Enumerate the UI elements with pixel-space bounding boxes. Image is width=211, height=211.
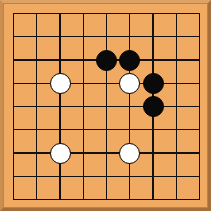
intersection-D1[interactable] [72, 188, 95, 211]
intersection-A2[interactable] [2, 165, 25, 188]
intersection-F3[interactable]: ○ [118, 141, 141, 164]
intersection-G8[interactable] [141, 25, 164, 48]
intersection-H6[interactable] [165, 72, 188, 95]
intersection-E9[interactable] [95, 2, 118, 25]
intersection-G4[interactable] [141, 118, 164, 141]
intersection-E5[interactable] [95, 95, 118, 118]
intersection-A7[interactable] [2, 48, 25, 71]
intersection-D7[interactable] [72, 48, 95, 71]
intersection-J2[interactable] [188, 165, 211, 188]
intersection-D5[interactable] [72, 95, 95, 118]
intersection-B4[interactable] [25, 118, 48, 141]
intersection-H1[interactable] [165, 188, 188, 211]
intersection-D6[interactable] [72, 72, 95, 95]
intersection-F5[interactable] [118, 95, 141, 118]
intersection-J5[interactable] [188, 95, 211, 118]
intersection-J7[interactable] [188, 48, 211, 71]
black-stone: ● [96, 50, 117, 71]
intersection-C1[interactable] [48, 188, 71, 211]
intersection-C7[interactable] [48, 48, 71, 71]
intersection-G6[interactable]: ● [141, 72, 164, 95]
black-stone: ● [143, 73, 164, 94]
intersection-C4[interactable] [48, 118, 71, 141]
white-stone: ○ [119, 143, 140, 164]
intersection-C3[interactable]: ○ [48, 141, 71, 164]
intersection-J8[interactable] [188, 25, 211, 48]
intersection-B9[interactable] [25, 2, 48, 25]
intersection-E4[interactable] [95, 118, 118, 141]
intersection-B7[interactable] [25, 48, 48, 71]
intersection-E7[interactable]: ● [95, 48, 118, 71]
intersection-F6[interactable]: ○ [118, 72, 141, 95]
intersection-E1[interactable] [95, 188, 118, 211]
intersection-C5[interactable] [48, 95, 71, 118]
intersection-G9[interactable] [141, 2, 164, 25]
intersection-F8[interactable] [118, 25, 141, 48]
intersection-G7[interactable] [141, 48, 164, 71]
intersection-A3[interactable] [2, 141, 25, 164]
intersection-A9[interactable] [2, 2, 25, 25]
intersection-F2[interactable] [118, 165, 141, 188]
intersection-D3[interactable] [72, 141, 95, 164]
intersection-G5[interactable]: ● [141, 95, 164, 118]
intersection-H3[interactable] [165, 141, 188, 164]
intersection-H9[interactable] [165, 2, 188, 25]
intersection-J3[interactable] [188, 141, 211, 164]
intersection-A6[interactable] [2, 72, 25, 95]
intersection-E8[interactable] [95, 25, 118, 48]
intersection-A5[interactable] [2, 95, 25, 118]
intersection-J4[interactable] [188, 118, 211, 141]
board-intersections: ●●○○●●○○ [2, 2, 211, 211]
intersection-H4[interactable] [165, 118, 188, 141]
intersection-B5[interactable] [25, 95, 48, 118]
go-board: ●●○○●●○○ [0, 0, 211, 211]
intersection-A8[interactable] [2, 25, 25, 48]
intersection-B8[interactable] [25, 25, 48, 48]
intersection-C9[interactable] [48, 2, 71, 25]
intersection-G1[interactable] [141, 188, 164, 211]
intersection-B3[interactable] [25, 141, 48, 164]
intersection-D8[interactable] [72, 25, 95, 48]
intersection-F4[interactable] [118, 118, 141, 141]
intersection-B6[interactable] [25, 72, 48, 95]
intersection-C6[interactable]: ○ [48, 72, 71, 95]
intersection-G3[interactable] [141, 141, 164, 164]
intersection-E6[interactable] [95, 72, 118, 95]
intersection-G2[interactable] [141, 165, 164, 188]
intersection-J9[interactable] [188, 2, 211, 25]
intersection-J6[interactable] [188, 72, 211, 95]
intersection-B1[interactable] [25, 188, 48, 211]
intersection-A4[interactable] [2, 118, 25, 141]
intersection-H7[interactable] [165, 48, 188, 71]
intersection-F1[interactable] [118, 188, 141, 211]
intersection-C8[interactable] [48, 25, 71, 48]
intersection-A1[interactable] [2, 188, 25, 211]
intersection-D9[interactable] [72, 2, 95, 25]
white-stone: ○ [50, 143, 71, 164]
white-stone: ○ [119, 73, 140, 94]
intersection-C2[interactable] [48, 165, 71, 188]
black-stone: ● [143, 96, 164, 117]
intersection-E2[interactable] [95, 165, 118, 188]
intersection-E3[interactable] [95, 141, 118, 164]
intersection-H8[interactable] [165, 25, 188, 48]
black-stone: ● [119, 50, 140, 71]
intersection-H5[interactable] [165, 95, 188, 118]
intersection-D4[interactable] [72, 118, 95, 141]
intersection-D2[interactable] [72, 165, 95, 188]
intersection-F7[interactable]: ● [118, 48, 141, 71]
intersection-B2[interactable] [25, 165, 48, 188]
intersection-J1[interactable] [188, 188, 211, 211]
white-stone: ○ [50, 73, 71, 94]
intersection-F9[interactable] [118, 2, 141, 25]
intersection-H2[interactable] [165, 165, 188, 188]
